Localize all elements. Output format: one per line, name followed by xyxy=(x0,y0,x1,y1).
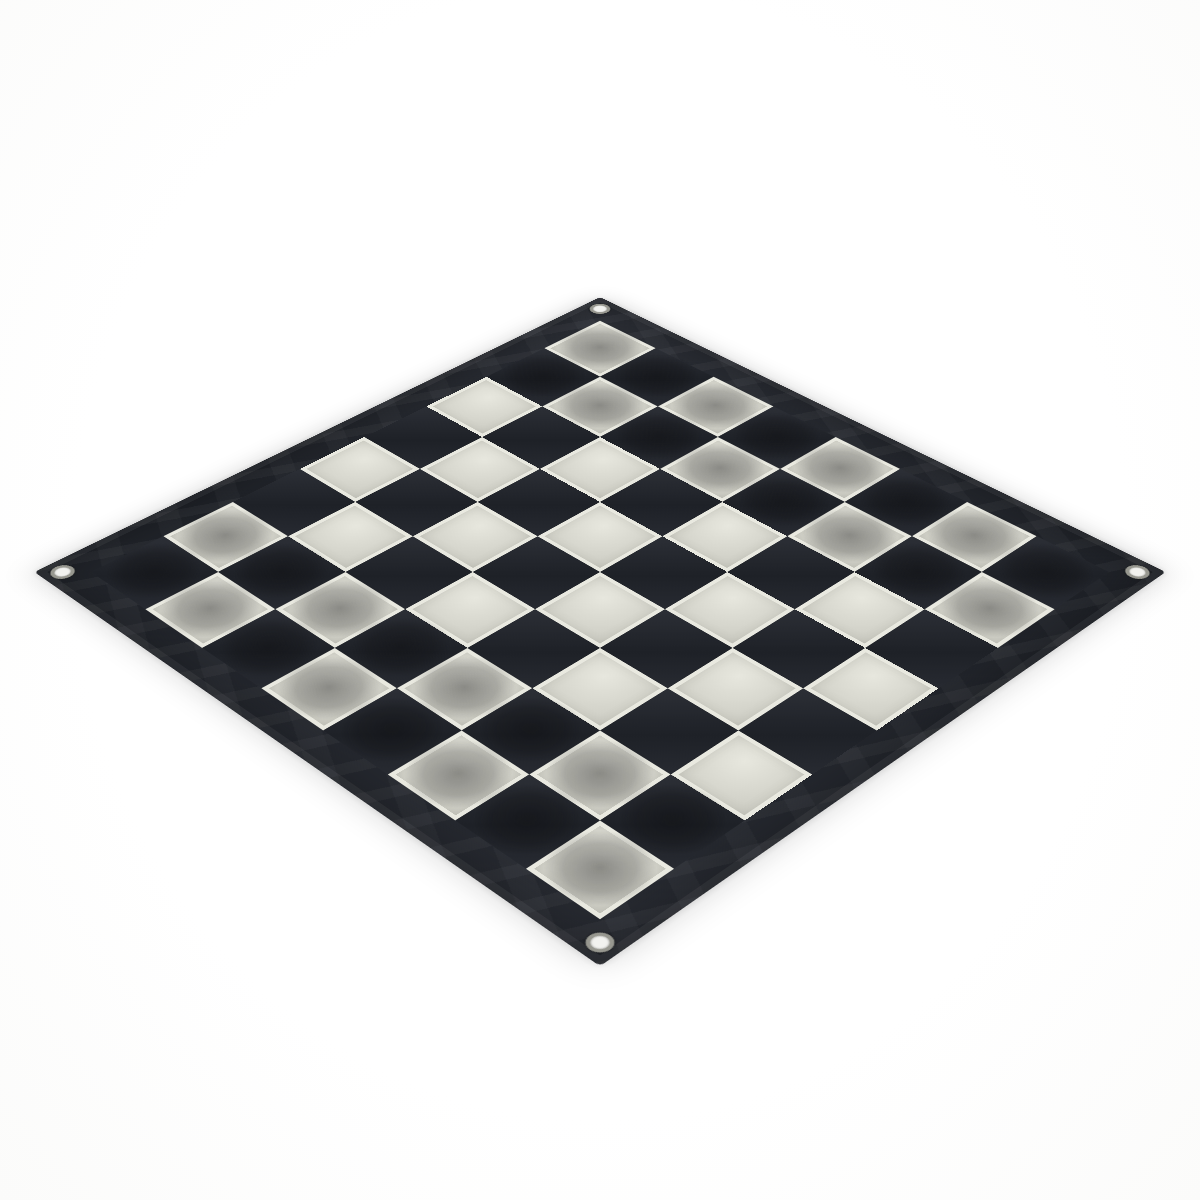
white-rook: ♜ xyxy=(493,643,708,883)
black-pawn: ♟ xyxy=(899,419,1080,621)
square-h1: ♜ xyxy=(526,821,674,920)
grommet-h1-corner xyxy=(580,928,621,956)
chess-board: ♜♞♝♛♚♝♞♜♟♟♟♟♟♟♟♟♟♟♟♟♟♟♟♟♜♞♝♛♚♝♞♜ xyxy=(91,321,1109,919)
photo-scene: ♜♞♝♛♚♝♞♜♟♟♟♟♟♟♟♟♟♟♟♟♟♟♟♟♜♞♝♛♚♝♞♜ xyxy=(0,0,1200,1200)
chess-mat: ♜♞♝♛♚♝♞♜♟♟♟♟♟♟♟♟♟♟♟♟♟♟♟♟♜♞♝♛♚♝♞♜ xyxy=(34,297,1165,966)
